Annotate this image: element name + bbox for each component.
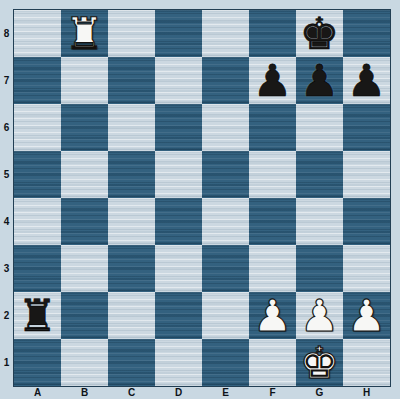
black-pawn[interactable]: ♟ bbox=[253, 57, 292, 104]
file-label-c: C bbox=[108, 387, 155, 399]
square-c4[interactable] bbox=[108, 198, 155, 245]
rank-label-8: 8 bbox=[0, 10, 13, 57]
chess-board: ♜♚♟♟♟♜♟♟♟♚ bbox=[13, 9, 391, 387]
white-pawn[interactable]: ♟ bbox=[347, 292, 386, 339]
square-c2[interactable] bbox=[108, 292, 155, 339]
square-b4[interactable] bbox=[61, 198, 108, 245]
square-g5[interactable] bbox=[296, 151, 343, 198]
square-d2[interactable] bbox=[155, 292, 202, 339]
file-label-g: G bbox=[296, 387, 343, 399]
black-rook[interactable]: ♜ bbox=[18, 292, 57, 339]
square-f6[interactable] bbox=[249, 104, 296, 151]
square-h1[interactable] bbox=[343, 339, 390, 386]
square-c8[interactable] bbox=[108, 10, 155, 57]
square-b1[interactable] bbox=[61, 339, 108, 386]
square-g8[interactable]: ♚ bbox=[296, 10, 343, 57]
square-b7[interactable] bbox=[61, 57, 108, 104]
square-d3[interactable] bbox=[155, 245, 202, 292]
square-c6[interactable] bbox=[108, 104, 155, 151]
square-h3[interactable] bbox=[343, 245, 390, 292]
square-e5[interactable] bbox=[202, 151, 249, 198]
black-pawn[interactable]: ♟ bbox=[300, 57, 339, 104]
square-e1[interactable] bbox=[202, 339, 249, 386]
square-d6[interactable] bbox=[155, 104, 202, 151]
square-a8[interactable] bbox=[14, 10, 61, 57]
square-a5[interactable] bbox=[14, 151, 61, 198]
square-g2[interactable]: ♟ bbox=[296, 292, 343, 339]
black-king[interactable]: ♚ bbox=[300, 10, 339, 57]
square-g4[interactable] bbox=[296, 198, 343, 245]
rank-label-2: 2 bbox=[0, 292, 13, 339]
square-e7[interactable] bbox=[202, 57, 249, 104]
rank-label-7: 7 bbox=[0, 57, 13, 104]
square-e8[interactable] bbox=[202, 10, 249, 57]
square-g6[interactable] bbox=[296, 104, 343, 151]
square-c1[interactable] bbox=[108, 339, 155, 386]
white-rook[interactable]: ♜ bbox=[65, 10, 104, 57]
chess-diagram: 87654321 ♜♚♟♟♟♜♟♟♟♚ ABCDEFGH bbox=[0, 0, 400, 399]
square-h6[interactable] bbox=[343, 104, 390, 151]
square-a2[interactable]: ♜ bbox=[14, 292, 61, 339]
file-label-b: B bbox=[61, 387, 108, 399]
square-b2[interactable] bbox=[61, 292, 108, 339]
square-c5[interactable] bbox=[108, 151, 155, 198]
file-label-d: D bbox=[155, 387, 202, 399]
square-b3[interactable] bbox=[61, 245, 108, 292]
square-e2[interactable] bbox=[202, 292, 249, 339]
square-h5[interactable] bbox=[343, 151, 390, 198]
square-d5[interactable] bbox=[155, 151, 202, 198]
square-g1[interactable]: ♚ bbox=[296, 339, 343, 386]
square-h7[interactable]: ♟ bbox=[343, 57, 390, 104]
square-f4[interactable] bbox=[249, 198, 296, 245]
square-h4[interactable] bbox=[343, 198, 390, 245]
file-labels: ABCDEFGH bbox=[14, 387, 390, 399]
rank-labels: 87654321 bbox=[0, 10, 13, 386]
square-e6[interactable] bbox=[202, 104, 249, 151]
file-label-f: F bbox=[249, 387, 296, 399]
rank-label-1: 1 bbox=[0, 339, 13, 386]
file-label-a: A bbox=[14, 387, 61, 399]
square-d7[interactable] bbox=[155, 57, 202, 104]
file-label-h: H bbox=[343, 387, 390, 399]
square-g3[interactable] bbox=[296, 245, 343, 292]
square-a6[interactable] bbox=[14, 104, 61, 151]
square-b6[interactable] bbox=[61, 104, 108, 151]
rank-label-3: 3 bbox=[0, 245, 13, 292]
square-f7[interactable]: ♟ bbox=[249, 57, 296, 104]
file-label-e: E bbox=[202, 387, 249, 399]
white-king[interactable]: ♚ bbox=[300, 339, 339, 386]
rank-label-4: 4 bbox=[0, 198, 13, 245]
square-d4[interactable] bbox=[155, 198, 202, 245]
square-f1[interactable] bbox=[249, 339, 296, 386]
square-b5[interactable] bbox=[61, 151, 108, 198]
square-f2[interactable]: ♟ bbox=[249, 292, 296, 339]
black-pawn[interactable]: ♟ bbox=[347, 57, 386, 104]
white-pawn[interactable]: ♟ bbox=[300, 292, 339, 339]
square-a4[interactable] bbox=[14, 198, 61, 245]
square-h8[interactable] bbox=[343, 10, 390, 57]
square-g7[interactable]: ♟ bbox=[296, 57, 343, 104]
square-f8[interactable] bbox=[249, 10, 296, 57]
square-a1[interactable] bbox=[14, 339, 61, 386]
square-a3[interactable] bbox=[14, 245, 61, 292]
square-a7[interactable] bbox=[14, 57, 61, 104]
square-h2[interactable]: ♟ bbox=[343, 292, 390, 339]
square-f5[interactable] bbox=[249, 151, 296, 198]
rank-label-5: 5 bbox=[0, 151, 13, 198]
square-e3[interactable] bbox=[202, 245, 249, 292]
rank-label-6: 6 bbox=[0, 104, 13, 151]
square-d1[interactable] bbox=[155, 339, 202, 386]
white-pawn[interactable]: ♟ bbox=[253, 292, 292, 339]
square-b8[interactable]: ♜ bbox=[61, 10, 108, 57]
square-c7[interactable] bbox=[108, 57, 155, 104]
square-d8[interactable] bbox=[155, 10, 202, 57]
square-f3[interactable] bbox=[249, 245, 296, 292]
square-c3[interactable] bbox=[108, 245, 155, 292]
square-e4[interactable] bbox=[202, 198, 249, 245]
